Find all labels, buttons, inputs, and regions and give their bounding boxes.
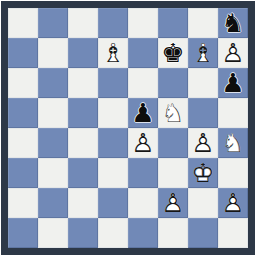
piece-outline-layer: ♘ (161, 100, 184, 126)
piece-black-king[interactable]: ♚ (158, 38, 188, 68)
square-c8[interactable] (68, 8, 98, 38)
square-b6[interactable] (38, 68, 68, 98)
square-g4[interactable]: ♟♙ (188, 128, 218, 158)
square-f2[interactable]: ♟♙ (158, 188, 188, 218)
square-d3[interactable] (98, 158, 128, 188)
square-g3[interactable]: ♚♔ (188, 158, 218, 188)
square-d7[interactable]: ♝♗ (98, 38, 128, 68)
square-e2[interactable] (128, 188, 158, 218)
square-a8[interactable] (8, 8, 38, 38)
piece-outline-layer: ♙ (131, 130, 154, 156)
piece-outline-layer: ♙ (161, 190, 184, 216)
square-a2[interactable] (8, 188, 38, 218)
square-g5[interactable] (188, 98, 218, 128)
square-d6[interactable] (98, 68, 128, 98)
square-h8[interactable]: ♞ (218, 8, 248, 38)
square-c6[interactable] (68, 68, 98, 98)
square-a4[interactable] (8, 128, 38, 158)
square-b7[interactable] (38, 38, 68, 68)
square-b2[interactable] (38, 188, 68, 218)
square-h7[interactable]: ♟♙ (218, 38, 248, 68)
square-f5[interactable]: ♞♘ (158, 98, 188, 128)
square-h5[interactable] (218, 98, 248, 128)
piece-outline-layer: ♗ (101, 40, 124, 66)
square-f3[interactable] (158, 158, 188, 188)
piece-outline-layer: ♗ (191, 40, 214, 66)
piece-white-knight[interactable]: ♞♘ (218, 128, 248, 158)
piece-white-pawn[interactable]: ♟♙ (158, 188, 188, 218)
piece-white-bishop[interactable]: ♝♗ (98, 38, 128, 68)
piece-black-knight[interactable]: ♞ (218, 8, 248, 38)
square-h2[interactable]: ♟♙ (218, 188, 248, 218)
square-a7[interactable] (8, 38, 38, 68)
piece-outline-layer: ♙ (221, 40, 244, 66)
square-f7[interactable]: ♚ (158, 38, 188, 68)
square-d8[interactable] (98, 8, 128, 38)
square-b1[interactable] (38, 218, 68, 248)
square-b5[interactable] (38, 98, 68, 128)
square-h1[interactable] (218, 218, 248, 248)
square-g8[interactable] (188, 8, 218, 38)
piece-outline-layer: ♙ (221, 190, 244, 216)
square-f6[interactable] (158, 68, 188, 98)
square-c7[interactable] (68, 38, 98, 68)
piece-glyph: ♚ (161, 40, 184, 66)
square-a6[interactable] (8, 68, 38, 98)
chess-board: ♞♝♗♚♝♗♟♙♟♟♞♘♟♙♟♙♞♘♚♔♟♙♟♙ (8, 8, 248, 248)
square-g6[interactable] (188, 68, 218, 98)
square-h4[interactable]: ♞♘ (218, 128, 248, 158)
square-e1[interactable] (128, 218, 158, 248)
square-f1[interactable] (158, 218, 188, 248)
square-d4[interactable] (98, 128, 128, 158)
square-a1[interactable] (8, 218, 38, 248)
square-h6[interactable]: ♟ (218, 68, 248, 98)
square-c5[interactable] (68, 98, 98, 128)
piece-white-bishop[interactable]: ♝♗ (188, 38, 218, 68)
piece-outline-layer: ♘ (221, 130, 244, 156)
square-c1[interactable] (68, 218, 98, 248)
square-f4[interactable] (158, 128, 188, 158)
chess-diagram: ♞♝♗♚♝♗♟♙♟♟♞♘♟♙♟♙♞♘♚♔♟♙♟♙ (0, 0, 257, 257)
piece-white-pawn[interactable]: ♟♙ (128, 128, 158, 158)
square-e5[interactable]: ♟ (128, 98, 158, 128)
piece-white-pawn[interactable]: ♟♙ (218, 188, 248, 218)
square-h3[interactable] (218, 158, 248, 188)
square-b3[interactable] (38, 158, 68, 188)
square-c3[interactable] (68, 158, 98, 188)
square-e6[interactable] (128, 68, 158, 98)
piece-white-pawn[interactable]: ♟♙ (188, 128, 218, 158)
square-a5[interactable] (8, 98, 38, 128)
square-b8[interactable] (38, 8, 68, 38)
square-e3[interactable] (128, 158, 158, 188)
piece-glyph: ♞ (221, 10, 244, 36)
board-frame: ♞♝♗♚♝♗♟♙♟♟♞♘♟♙♟♙♞♘♚♔♟♙♟♙ (1, 1, 255, 255)
square-d5[interactable] (98, 98, 128, 128)
square-g2[interactable] (188, 188, 218, 218)
square-e8[interactable] (128, 8, 158, 38)
square-a3[interactable] (8, 158, 38, 188)
piece-outline-layer: ♙ (191, 130, 214, 156)
square-c2[interactable] (68, 188, 98, 218)
piece-white-knight[interactable]: ♞♘ (158, 98, 188, 128)
piece-black-pawn[interactable]: ♟ (128, 98, 158, 128)
piece-black-pawn[interactable]: ♟ (218, 68, 248, 98)
piece-white-pawn[interactable]: ♟♙ (218, 38, 248, 68)
square-e7[interactable] (128, 38, 158, 68)
square-f8[interactable] (158, 8, 188, 38)
piece-glyph: ♟ (131, 100, 154, 126)
square-b4[interactable] (38, 128, 68, 158)
square-e4[interactable]: ♟♙ (128, 128, 158, 158)
square-g7[interactable]: ♝♗ (188, 38, 218, 68)
square-c4[interactable] (68, 128, 98, 158)
piece-glyph: ♟ (221, 70, 244, 96)
piece-white-king[interactable]: ♚♔ (188, 158, 218, 188)
square-d1[interactable] (98, 218, 128, 248)
piece-outline-layer: ♔ (191, 160, 214, 186)
square-g1[interactable] (188, 218, 218, 248)
square-d2[interactable] (98, 188, 128, 218)
